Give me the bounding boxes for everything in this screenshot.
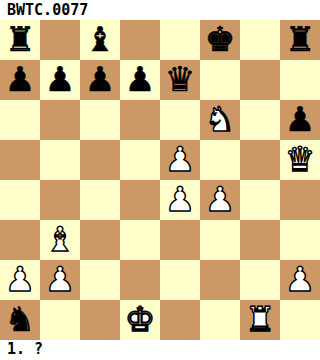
piece-white-knight[interactable]: ♞ bbox=[205, 100, 235, 139]
square-c7[interactable]: ♟ bbox=[80, 60, 120, 100]
piece-black-bishop[interactable]: ♝ bbox=[85, 20, 115, 59]
piece-white-pawn[interactable]: ♟ bbox=[205, 180, 235, 219]
square-e3[interactable] bbox=[160, 220, 200, 260]
square-a1[interactable]: ♞ bbox=[0, 300, 40, 340]
square-d5[interactable] bbox=[120, 140, 160, 180]
square-d3[interactable] bbox=[120, 220, 160, 260]
square-c5[interactable] bbox=[80, 140, 120, 180]
square-e7[interactable]: ♛ bbox=[160, 60, 200, 100]
square-d6[interactable] bbox=[120, 100, 160, 140]
piece-white-pawn[interactable]: ♟ bbox=[45, 260, 75, 299]
square-a6[interactable] bbox=[0, 100, 40, 140]
piece-black-king[interactable]: ♚ bbox=[205, 20, 235, 59]
piece-black-pawn[interactable]: ♟ bbox=[125, 60, 155, 99]
square-e1[interactable] bbox=[160, 300, 200, 340]
piece-white-pawn[interactable]: ♟ bbox=[165, 140, 195, 179]
square-h5[interactable]: ♛ bbox=[280, 140, 320, 180]
square-b8[interactable] bbox=[40, 20, 80, 60]
square-e8[interactable] bbox=[160, 20, 200, 60]
square-f5[interactable] bbox=[200, 140, 240, 180]
square-e5[interactable]: ♟ bbox=[160, 140, 200, 180]
square-d2[interactable] bbox=[120, 260, 160, 300]
piece-white-bishop[interactable]: ♝ bbox=[45, 220, 75, 259]
square-g1[interactable]: ♜ bbox=[240, 300, 280, 340]
piece-white-pawn[interactable]: ♟ bbox=[165, 180, 195, 219]
piece-black-queen[interactable]: ♛ bbox=[165, 60, 195, 99]
square-g7[interactable] bbox=[240, 60, 280, 100]
piece-black-pawn[interactable]: ♟ bbox=[285, 100, 315, 139]
piece-white-rook[interactable]: ♜ bbox=[245, 300, 275, 339]
square-f3[interactable] bbox=[200, 220, 240, 260]
square-f1[interactable] bbox=[200, 300, 240, 340]
square-b2[interactable]: ♟ bbox=[40, 260, 80, 300]
piece-black-pawn[interactable]: ♟ bbox=[85, 60, 115, 99]
puzzle-id-title: BWTC.0077 bbox=[0, 0, 320, 20]
chess-puzzle-diagram: BWTC.0077 ♜♝♚♜♟♟♟♟♛♞♟♟♛♟♟♝♟♟♟♞♚♜ 1. ? bbox=[0, 0, 320, 360]
square-c4[interactable] bbox=[80, 180, 120, 220]
square-h3[interactable] bbox=[280, 220, 320, 260]
piece-black-rook[interactable]: ♜ bbox=[5, 20, 35, 59]
piece-black-pawn[interactable]: ♟ bbox=[45, 60, 75, 99]
piece-black-rook[interactable]: ♜ bbox=[285, 20, 315, 59]
square-a8[interactable]: ♜ bbox=[0, 20, 40, 60]
square-a2[interactable]: ♟ bbox=[0, 260, 40, 300]
chess-board: ♜♝♚♜♟♟♟♟♛♞♟♟♛♟♟♝♟♟♟♞♚♜ bbox=[0, 20, 320, 340]
square-a3[interactable] bbox=[0, 220, 40, 260]
square-h7[interactable] bbox=[280, 60, 320, 100]
square-h2[interactable]: ♟ bbox=[280, 260, 320, 300]
square-g8[interactable] bbox=[240, 20, 280, 60]
square-d8[interactable] bbox=[120, 20, 160, 60]
square-c1[interactable] bbox=[80, 300, 120, 340]
square-c6[interactable] bbox=[80, 100, 120, 140]
square-f8[interactable]: ♚ bbox=[200, 20, 240, 60]
square-c2[interactable] bbox=[80, 260, 120, 300]
square-b3[interactable]: ♝ bbox=[40, 220, 80, 260]
square-g3[interactable] bbox=[240, 220, 280, 260]
square-g4[interactable] bbox=[240, 180, 280, 220]
square-h8[interactable]: ♜ bbox=[280, 20, 320, 60]
square-b6[interactable] bbox=[40, 100, 80, 140]
square-b1[interactable] bbox=[40, 300, 80, 340]
square-a5[interactable] bbox=[0, 140, 40, 180]
square-b4[interactable] bbox=[40, 180, 80, 220]
square-f4[interactable]: ♟ bbox=[200, 180, 240, 220]
square-g2[interactable] bbox=[240, 260, 280, 300]
square-e2[interactable] bbox=[160, 260, 200, 300]
piece-black-pawn[interactable]: ♟ bbox=[5, 60, 35, 99]
piece-white-king[interactable]: ♚ bbox=[125, 300, 155, 339]
square-d4[interactable] bbox=[120, 180, 160, 220]
piece-white-pawn[interactable]: ♟ bbox=[5, 260, 35, 299]
square-e4[interactable]: ♟ bbox=[160, 180, 200, 220]
square-h1[interactable] bbox=[280, 300, 320, 340]
square-e6[interactable] bbox=[160, 100, 200, 140]
square-h4[interactable] bbox=[280, 180, 320, 220]
square-g5[interactable] bbox=[240, 140, 280, 180]
piece-white-queen[interactable]: ♛ bbox=[285, 140, 315, 179]
square-a4[interactable] bbox=[0, 180, 40, 220]
piece-black-knight[interactable]: ♞ bbox=[5, 300, 35, 339]
square-h6[interactable]: ♟ bbox=[280, 100, 320, 140]
square-d1[interactable]: ♚ bbox=[120, 300, 160, 340]
move-prompt: 1. ? bbox=[0, 340, 320, 360]
square-f6[interactable]: ♞ bbox=[200, 100, 240, 140]
square-c8[interactable]: ♝ bbox=[80, 20, 120, 60]
square-f7[interactable] bbox=[200, 60, 240, 100]
square-f2[interactable] bbox=[200, 260, 240, 300]
square-b5[interactable] bbox=[40, 140, 80, 180]
square-g6[interactable] bbox=[240, 100, 280, 140]
square-b7[interactable]: ♟ bbox=[40, 60, 80, 100]
square-a7[interactable]: ♟ bbox=[0, 60, 40, 100]
square-d7[interactable]: ♟ bbox=[120, 60, 160, 100]
square-c3[interactable] bbox=[80, 220, 120, 260]
piece-white-pawn[interactable]: ♟ bbox=[285, 260, 315, 299]
